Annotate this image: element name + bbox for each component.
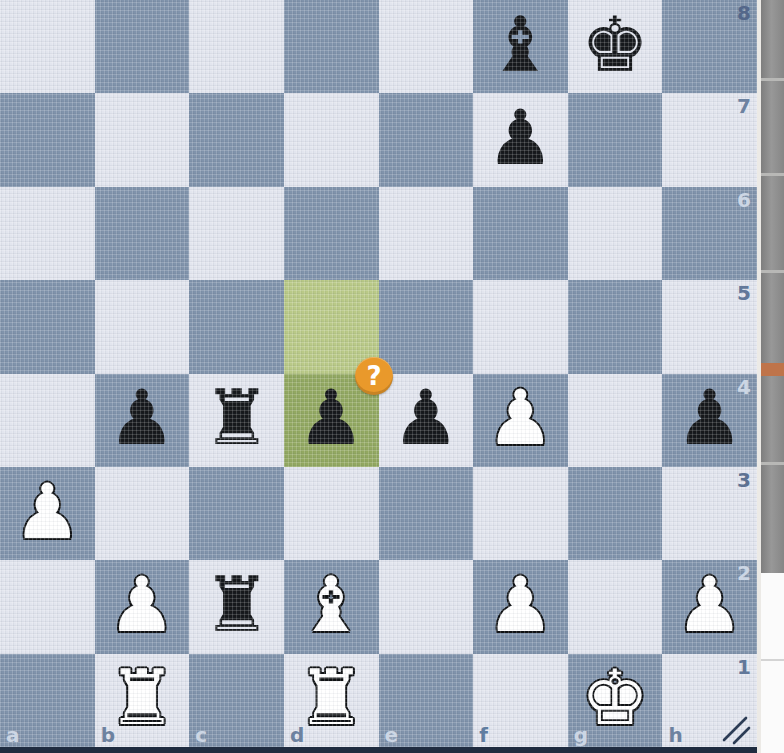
square-f3[interactable]: [473, 467, 568, 560]
rank-label-5: 5: [737, 283, 751, 303]
square-g3[interactable]: [568, 467, 663, 560]
square-e8[interactable]: [379, 0, 474, 93]
square-h7[interactable]: 7: [662, 93, 757, 186]
square-a2[interactable]: [0, 560, 95, 653]
white-pawn[interactable]: ♟: [108, 567, 176, 643]
rank-label-3: 3: [737, 470, 751, 490]
square-e4[interactable]: ♟: [379, 374, 474, 467]
panel-row-separator: [761, 78, 784, 81]
square-a3[interactable]: ♟: [0, 467, 95, 560]
rank-label-2: 2: [737, 563, 751, 583]
square-h4[interactable]: ♟4: [662, 374, 757, 467]
panel-row-separator: [761, 270, 784, 273]
file-label-d: d: [290, 725, 304, 745]
square-f5[interactable]: [473, 280, 568, 373]
panel-white-separator: [761, 659, 784, 661]
square-g8[interactable]: ♚: [568, 0, 663, 93]
square-g5[interactable]: [568, 280, 663, 373]
black-pawn[interactable]: ♟: [676, 380, 744, 456]
board-bottom-edge: [0, 747, 757, 753]
file-label-c: c: [195, 725, 207, 745]
square-g7[interactable]: [568, 93, 663, 186]
square-f1[interactable]: f: [473, 654, 568, 747]
square-b4[interactable]: ♟: [95, 374, 190, 467]
black-king[interactable]: ♚: [581, 7, 649, 83]
panel-gray-section[interactable]: [761, 0, 784, 573]
square-a1[interactable]: a: [0, 654, 95, 747]
square-f4[interactable]: ♟: [473, 374, 568, 467]
square-f2[interactable]: ♟: [473, 560, 568, 653]
white-pawn[interactable]: ♟: [13, 474, 81, 550]
square-e1[interactable]: e: [379, 654, 474, 747]
black-pawn[interactable]: ♟: [486, 100, 554, 176]
rank-label-8: 8: [737, 3, 751, 23]
square-b7[interactable]: [95, 93, 190, 186]
white-rook[interactable]: ♜: [108, 660, 176, 736]
move-classification-symbol: ?: [366, 361, 381, 391]
move-classification-badge: ?: [355, 357, 393, 395]
square-c1[interactable]: c: [189, 654, 284, 747]
side-panel-edge: [757, 0, 784, 753]
file-label-a: a: [6, 725, 20, 745]
rank-label-6: 6: [737, 190, 751, 210]
panel-orange-marker: [761, 363, 784, 376]
file-label-f: f: [479, 725, 488, 745]
square-e3[interactable]: [379, 467, 474, 560]
black-pawn[interactable]: ♟: [297, 380, 365, 456]
square-a6[interactable]: [0, 187, 95, 280]
square-c7[interactable]: [189, 93, 284, 186]
white-pawn[interactable]: ♟: [486, 380, 554, 456]
resize-handle-icon[interactable]: [720, 714, 752, 746]
square-d1[interactable]: ♜d: [284, 654, 379, 747]
square-g6[interactable]: [568, 187, 663, 280]
square-b1[interactable]: ♜b: [95, 654, 190, 747]
white-pawn[interactable]: ♟: [676, 567, 744, 643]
white-bishop[interactable]: ♝: [297, 567, 365, 643]
square-f6[interactable]: [473, 187, 568, 280]
square-b8[interactable]: [95, 0, 190, 93]
square-c6[interactable]: [189, 187, 284, 280]
black-pawn[interactable]: ♟: [108, 380, 176, 456]
square-b2[interactable]: ♟: [95, 560, 190, 653]
square-g2[interactable]: [568, 560, 663, 653]
square-h3[interactable]: 3: [662, 467, 757, 560]
panel-row-separator: [761, 173, 784, 176]
square-h8[interactable]: 8: [662, 0, 757, 93]
square-g4[interactable]: [568, 374, 663, 467]
square-c2[interactable]: ♜: [189, 560, 284, 653]
white-pawn[interactable]: ♟: [486, 567, 554, 643]
rank-label-1: 1: [737, 657, 751, 677]
square-c8[interactable]: [189, 0, 284, 93]
square-d2[interactable]: ♝: [284, 560, 379, 653]
square-d8[interactable]: [284, 0, 379, 93]
rank-label-7: 7: [737, 96, 751, 116]
square-e6[interactable]: [379, 187, 474, 280]
square-d7[interactable]: [284, 93, 379, 186]
square-b3[interactable]: [95, 467, 190, 560]
white-king[interactable]: ♚: [581, 660, 649, 736]
square-c5[interactable]: [189, 280, 284, 373]
black-bishop[interactable]: ♝: [486, 7, 554, 83]
square-g1[interactable]: ♚g: [568, 654, 663, 747]
square-h6[interactable]: 6: [662, 187, 757, 280]
square-f8[interactable]: ♝: [473, 0, 568, 93]
square-a4[interactable]: [0, 374, 95, 467]
square-e7[interactable]: [379, 93, 474, 186]
file-label-g: g: [574, 725, 588, 745]
square-e2[interactable]: [379, 560, 474, 653]
square-d3[interactable]: [284, 467, 379, 560]
square-f7[interactable]: ♟: [473, 93, 568, 186]
square-b5[interactable]: [95, 280, 190, 373]
square-h2[interactable]: ♟2: [662, 560, 757, 653]
square-h5[interactable]: 5: [662, 280, 757, 373]
rank-label-4: 4: [737, 377, 751, 397]
black-pawn[interactable]: ♟: [392, 380, 460, 456]
square-a7[interactable]: [0, 93, 95, 186]
square-b6[interactable]: [95, 187, 190, 280]
square-c4[interactable]: ♜: [189, 374, 284, 467]
panel-row-separator: [761, 462, 784, 465]
square-c3[interactable]: [189, 467, 284, 560]
square-a5[interactable]: [0, 280, 95, 373]
square-a8[interactable]: [0, 0, 95, 93]
file-label-e: e: [385, 725, 399, 745]
panel-white-section[interactable]: [761, 573, 784, 753]
file-label-h: h: [668, 725, 682, 745]
file-label-b: b: [101, 725, 115, 745]
square-e5[interactable]: [379, 280, 474, 373]
square-d6[interactable]: [284, 187, 379, 280]
white-rook[interactable]: ♜: [297, 660, 365, 736]
chess-analysis-board: ♝♚8♟765♟♜♟♟♟♟4♟3♟♜♝♟♟2a♜bc♜def♚g1h ?: [0, 0, 784, 753]
black-rook[interactable]: ♜: [202, 380, 270, 456]
black-rook[interactable]: ♜: [202, 567, 270, 643]
